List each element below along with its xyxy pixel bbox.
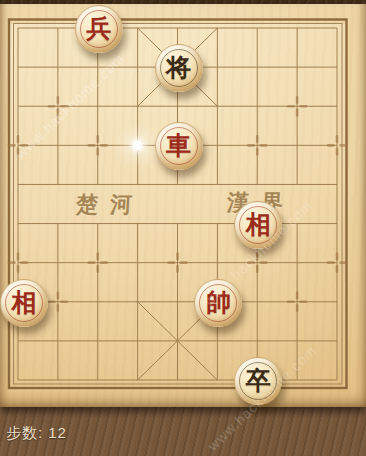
piece-glyph: 将 — [166, 55, 191, 80]
piece-black-general[interactable]: 将 — [155, 44, 203, 92]
step-counter: 步数:12 — [6, 424, 67, 443]
move-highlight-dot — [133, 141, 142, 150]
river-label-left: 楚河 — [69, 190, 145, 220]
xiangqi-app-screen: 楚河 漢界 兵将車相相帥卒 www.hackhome.com www.hackh… — [0, 0, 366, 456]
piece-red-soldier[interactable]: 兵 — [75, 5, 123, 53]
piece-glyph: 相 — [246, 212, 271, 237]
piece-glyph: 卒 — [246, 368, 271, 393]
piece-glyph: 車 — [166, 133, 191, 158]
piece-black-soldier[interactable]: 卒 — [234, 357, 282, 405]
step-counter-label: 步数: — [6, 424, 43, 441]
piece-glyph: 帥 — [206, 290, 231, 315]
piece-red-elephant[interactable]: 相 — [0, 279, 48, 327]
piece-red-elephant[interactable]: 相 — [234, 201, 282, 249]
step-counter-value: 12 — [48, 424, 67, 441]
piece-glyph: 兵 — [86, 16, 111, 41]
piece-red-chariot[interactable]: 車 — [155, 122, 203, 170]
piece-glyph: 相 — [12, 290, 37, 315]
piece-red-general[interactable]: 帥 — [194, 279, 242, 327]
